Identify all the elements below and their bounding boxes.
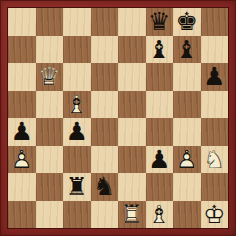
square-a6[interactable] xyxy=(8,63,36,91)
piece-glyph-outline: ♖ xyxy=(118,201,146,229)
square-f2[interactable] xyxy=(146,173,174,201)
square-c6[interactable] xyxy=(63,63,91,91)
piece-glyph-outline: ♙ xyxy=(173,146,201,174)
square-a3[interactable]: ♟♙ xyxy=(8,146,36,174)
piece-white-pawn[interactable]: ♟♙ xyxy=(173,146,201,174)
square-f4[interactable] xyxy=(146,118,174,146)
piece-white-bishop[interactable]: ♝♗ xyxy=(63,91,91,119)
piece-black-king[interactable]: ♚ xyxy=(173,8,201,36)
square-g8[interactable]: ♚ xyxy=(173,8,201,36)
square-b8[interactable] xyxy=(36,8,64,36)
piece-glyph-fill: ♝ xyxy=(146,36,174,64)
square-d7[interactable] xyxy=(91,36,119,64)
square-c3[interactable] xyxy=(63,146,91,174)
square-c4[interactable]: ♟ xyxy=(63,118,91,146)
piece-black-knight[interactable]: ♞ xyxy=(91,173,119,201)
square-a8[interactable] xyxy=(8,8,36,36)
square-a1[interactable] xyxy=(8,201,36,229)
piece-glyph-outline: ♔ xyxy=(201,201,229,229)
square-h1[interactable]: ♚♔ xyxy=(201,201,229,229)
square-c7[interactable] xyxy=(63,36,91,64)
piece-glyph-fill: ♛ xyxy=(146,8,174,36)
square-h2[interactable] xyxy=(201,173,229,201)
square-b1[interactable] xyxy=(36,201,64,229)
piece-glyph-fill: ♜ xyxy=(63,173,91,201)
piece-white-pawn[interactable]: ♟♙ xyxy=(8,146,36,174)
piece-black-pawn[interactable]: ♟ xyxy=(8,118,36,146)
square-h8[interactable] xyxy=(201,8,229,36)
piece-black-rook[interactable]: ♜ xyxy=(63,173,91,201)
square-e1[interactable]: ♜♖ xyxy=(118,201,146,229)
piece-black-pawn[interactable]: ♟ xyxy=(63,118,91,146)
square-b5[interactable] xyxy=(36,91,64,119)
piece-glyph-outline: ♗ xyxy=(63,91,91,119)
piece-glyph-fill: ♟ xyxy=(63,118,91,146)
square-c5[interactable]: ♝♗ xyxy=(63,91,91,119)
piece-glyph-fill: ♚ xyxy=(173,8,201,36)
square-e2[interactable] xyxy=(118,173,146,201)
piece-black-bishop[interactable]: ♝ xyxy=(146,36,174,64)
square-d1[interactable] xyxy=(91,201,119,229)
square-a4[interactable]: ♟ xyxy=(8,118,36,146)
square-d2[interactable]: ♞ xyxy=(91,173,119,201)
square-c8[interactable] xyxy=(63,8,91,36)
piece-glyph-outline: ♗ xyxy=(146,201,174,229)
square-h6[interactable]: ♟ xyxy=(201,63,229,91)
square-b6[interactable]: ♛♕ xyxy=(36,63,64,91)
square-c1[interactable] xyxy=(63,201,91,229)
piece-white-rook[interactable]: ♜♖ xyxy=(118,201,146,229)
square-f1[interactable]: ♝♗ xyxy=(146,201,174,229)
square-h3[interactable]: ♞♘ xyxy=(201,146,229,174)
piece-black-queen[interactable]: ♛ xyxy=(146,8,174,36)
square-f6[interactable] xyxy=(146,63,174,91)
square-e8[interactable] xyxy=(118,8,146,36)
square-e5[interactable] xyxy=(118,91,146,119)
square-g7[interactable]: ♝ xyxy=(173,36,201,64)
piece-black-bishop[interactable]: ♝ xyxy=(173,36,201,64)
square-f3[interactable]: ♟ xyxy=(146,146,174,174)
piece-glyph-fill: ♟ xyxy=(201,63,229,91)
square-g4[interactable] xyxy=(173,118,201,146)
square-a2[interactable] xyxy=(8,173,36,201)
square-d8[interactable] xyxy=(91,8,119,36)
piece-glyph-outline: ♕ xyxy=(36,63,64,91)
square-g3[interactable]: ♟♙ xyxy=(173,146,201,174)
piece-black-pawn[interactable]: ♟ xyxy=(146,146,174,174)
piece-glyph-fill: ♝ xyxy=(173,36,201,64)
square-h5[interactable] xyxy=(201,91,229,119)
square-g1[interactable] xyxy=(173,201,201,229)
piece-black-pawn[interactable]: ♟ xyxy=(201,63,229,91)
board-frame: ♛♚♝♝♛♕♟♝♗♟♟♟♙♟♟♙♞♘♜♞♜♖♝♗♚♔ xyxy=(0,0,236,236)
square-e7[interactable] xyxy=(118,36,146,64)
square-h7[interactable] xyxy=(201,36,229,64)
square-d4[interactable] xyxy=(91,118,119,146)
square-b3[interactable] xyxy=(36,146,64,174)
square-g6[interactable] xyxy=(173,63,201,91)
piece-glyph-fill: ♟ xyxy=(8,118,36,146)
piece-glyph-fill: ♟ xyxy=(146,146,174,174)
square-b4[interactable] xyxy=(36,118,64,146)
square-e4[interactable] xyxy=(118,118,146,146)
piece-white-bishop[interactable]: ♝♗ xyxy=(146,201,174,229)
square-g5[interactable] xyxy=(173,91,201,119)
square-a5[interactable] xyxy=(8,91,36,119)
piece-glyph-outline: ♘ xyxy=(201,146,229,174)
square-f5[interactable] xyxy=(146,91,174,119)
square-d5[interactable] xyxy=(91,91,119,119)
square-f8[interactable]: ♛ xyxy=(146,8,174,36)
piece-glyph-outline: ♙ xyxy=(8,146,36,174)
square-b2[interactable] xyxy=(36,173,64,201)
chess-board[interactable]: ♛♚♝♝♛♕♟♝♗♟♟♟♙♟♟♙♞♘♜♞♜♖♝♗♚♔ xyxy=(8,8,228,228)
square-a7[interactable] xyxy=(8,36,36,64)
square-b7[interactable] xyxy=(36,36,64,64)
square-c2[interactable]: ♜ xyxy=(63,173,91,201)
piece-white-knight[interactable]: ♞♘ xyxy=(201,146,229,174)
square-d6[interactable] xyxy=(91,63,119,91)
square-e3[interactable] xyxy=(118,146,146,174)
square-f7[interactable]: ♝ xyxy=(146,36,174,64)
square-h4[interactable] xyxy=(201,118,229,146)
square-e6[interactable] xyxy=(118,63,146,91)
square-g2[interactable] xyxy=(173,173,201,201)
piece-white-king[interactable]: ♚♔ xyxy=(201,201,229,229)
square-d3[interactable] xyxy=(91,146,119,174)
piece-glyph-fill: ♞ xyxy=(91,173,119,201)
piece-white-queen[interactable]: ♛♕ xyxy=(36,63,64,91)
